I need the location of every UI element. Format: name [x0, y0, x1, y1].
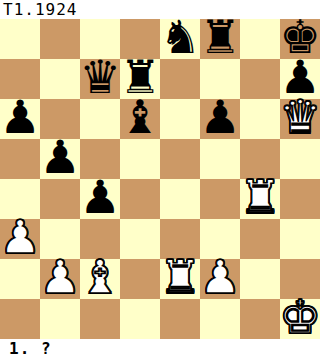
white-rook[interactable]: ♜: [239, 177, 280, 217]
black-pawn[interactable]: ♟: [39, 137, 80, 177]
square-d6[interactable]: ♝: [120, 99, 160, 139]
black-queen[interactable]: ♛: [79, 57, 120, 97]
square-h1[interactable]: ♚: [280, 299, 320, 339]
square-a8[interactable]: [0, 19, 40, 59]
square-h5[interactable]: [280, 139, 320, 179]
chess-diagram-page: T1.1924 ♞♜♚♛♜♟♟♝♟♛♟♟♜♟♟♝♜♟♚ 1. ?: [0, 0, 320, 360]
square-d2[interactable]: [120, 259, 160, 299]
square-a3[interactable]: ♟: [0, 219, 40, 259]
square-b2[interactable]: ♟: [40, 259, 80, 299]
move-prompt: 1. ?: [0, 339, 320, 360]
square-d4[interactable]: [120, 179, 160, 219]
square-h4[interactable]: [280, 179, 320, 219]
square-g7[interactable]: [240, 59, 280, 99]
square-c4[interactable]: ♟: [80, 179, 120, 219]
square-f5[interactable]: [200, 139, 240, 179]
square-g2[interactable]: [240, 259, 280, 299]
white-rook[interactable]: ♜: [159, 257, 200, 297]
white-queen[interactable]: ♛: [279, 97, 320, 137]
white-pawn[interactable]: ♟: [39, 257, 80, 297]
square-f2[interactable]: ♟: [200, 259, 240, 299]
square-b5[interactable]: ♟: [40, 139, 80, 179]
chess-board: ♞♜♚♛♜♟♟♝♟♛♟♟♜♟♟♝♜♟♚: [0, 19, 320, 339]
square-a6[interactable]: ♟: [0, 99, 40, 139]
square-d3[interactable]: [120, 219, 160, 259]
square-c6[interactable]: [80, 99, 120, 139]
square-a5[interactable]: [0, 139, 40, 179]
square-c1[interactable]: [80, 299, 120, 339]
square-e2[interactable]: ♜: [160, 259, 200, 299]
square-f8[interactable]: ♜: [200, 19, 240, 59]
white-king[interactable]: ♚: [279, 297, 320, 337]
black-bishop[interactable]: ♝: [119, 97, 160, 137]
square-g8[interactable]: [240, 19, 280, 59]
square-c2[interactable]: ♝: [80, 259, 120, 299]
black-pawn[interactable]: ♟: [199, 97, 240, 137]
square-b1[interactable]: [40, 299, 80, 339]
white-bishop[interactable]: ♝: [79, 257, 120, 297]
square-d1[interactable]: [120, 299, 160, 339]
white-pawn[interactable]: ♟: [199, 257, 240, 297]
square-a1[interactable]: [0, 299, 40, 339]
square-e7[interactable]: [160, 59, 200, 99]
square-h3[interactable]: [280, 219, 320, 259]
black-rook[interactable]: ♜: [199, 17, 240, 57]
white-pawn[interactable]: ♟: [0, 217, 41, 257]
square-b4[interactable]: [40, 179, 80, 219]
square-g4[interactable]: ♜: [240, 179, 280, 219]
square-d5[interactable]: [120, 139, 160, 179]
square-e4[interactable]: [160, 179, 200, 219]
square-g1[interactable]: [240, 299, 280, 339]
square-e5[interactable]: [160, 139, 200, 179]
square-e6[interactable]: [160, 99, 200, 139]
square-b7[interactable]: [40, 59, 80, 99]
square-g6[interactable]: [240, 99, 280, 139]
square-f1[interactable]: [200, 299, 240, 339]
square-e8[interactable]: ♞: [160, 19, 200, 59]
square-h6[interactable]: ♛: [280, 99, 320, 139]
black-knight[interactable]: ♞: [159, 17, 200, 57]
black-pawn[interactable]: ♟: [0, 97, 41, 137]
square-a2[interactable]: [0, 259, 40, 299]
square-f4[interactable]: [200, 179, 240, 219]
black-pawn[interactable]: ♟: [79, 177, 120, 217]
square-b8[interactable]: [40, 19, 80, 59]
square-f6[interactable]: ♟: [200, 99, 240, 139]
square-c7[interactable]: ♛: [80, 59, 120, 99]
square-g3[interactable]: [240, 219, 280, 259]
square-e1[interactable]: [160, 299, 200, 339]
